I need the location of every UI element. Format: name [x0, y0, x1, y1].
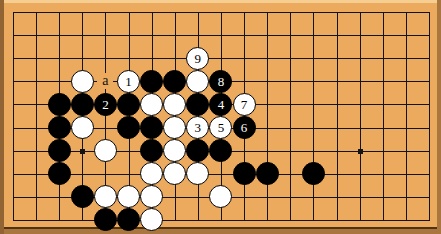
stone-number: 4	[218, 98, 225, 111]
board-cell	[163, 70, 186, 93]
white-stone	[186, 162, 209, 185]
white-stone: 9	[186, 47, 209, 70]
white-stone	[209, 185, 232, 208]
white-stone	[140, 185, 163, 208]
board-cell	[140, 162, 163, 185]
board-cell: a	[94, 70, 117, 93]
board-cell	[71, 70, 94, 93]
go-board: 9a18247356	[0, 0, 441, 234]
board-cell	[140, 185, 163, 208]
white-stone	[117, 185, 140, 208]
black-stone	[140, 116, 163, 139]
board-cell	[163, 162, 186, 185]
white-stone	[163, 116, 186, 139]
point-label-a: a	[97, 73, 113, 89]
board-cell	[117, 208, 140, 231]
board-cell: 1	[117, 70, 140, 93]
board-cell: 6	[233, 116, 256, 139]
black-stone	[117, 208, 140, 231]
stone-number: 6	[241, 121, 248, 134]
white-stone: 3	[186, 116, 209, 139]
black-stone	[186, 139, 209, 162]
black-stone	[48, 139, 71, 162]
stone-number: 7	[241, 98, 248, 111]
board-cell	[256, 162, 279, 185]
stone-number: 9	[195, 52, 202, 65]
board-cell	[140, 208, 163, 231]
black-stone	[48, 116, 71, 139]
board-cell	[302, 162, 325, 185]
white-stone	[140, 93, 163, 116]
board-cell	[163, 139, 186, 162]
black-stone	[48, 162, 71, 185]
black-stone	[186, 93, 209, 116]
board-cell	[140, 116, 163, 139]
white-stone: 1	[117, 70, 140, 93]
white-stone: 7	[233, 93, 256, 116]
black-stone	[140, 70, 163, 93]
white-stone	[163, 139, 186, 162]
board-cell	[186, 139, 209, 162]
board-cell	[117, 93, 140, 116]
board-cell	[163, 116, 186, 139]
board-cell	[186, 162, 209, 185]
white-stone	[71, 116, 94, 139]
stone-number: 2	[102, 98, 109, 111]
white-stone	[94, 185, 117, 208]
board-cell	[48, 139, 71, 162]
black-stone: 4	[209, 93, 232, 116]
black-stone	[256, 162, 279, 185]
board-cell	[71, 93, 94, 116]
black-stone	[48, 93, 71, 116]
black-stone	[117, 93, 140, 116]
board-cell	[209, 185, 232, 208]
black-stone	[233, 162, 256, 185]
board-cell	[48, 116, 71, 139]
stone-number: 1	[125, 75, 132, 88]
stone-number: 3	[195, 121, 202, 134]
board-cell: 8	[209, 70, 232, 93]
board-cell	[94, 208, 117, 231]
black-stone	[71, 185, 94, 208]
white-stone	[163, 162, 186, 185]
board-cell	[117, 116, 140, 139]
white-stone	[94, 139, 117, 162]
board-cell	[233, 162, 256, 185]
board-cell	[94, 185, 117, 208]
black-stone	[94, 208, 117, 231]
board-cell: 9	[186, 47, 209, 70]
board-cell	[71, 116, 94, 139]
board-cell	[117, 185, 140, 208]
board-cell: 7	[233, 93, 256, 116]
white-stone	[186, 70, 209, 93]
white-stone	[71, 70, 94, 93]
board-cell: 4	[209, 93, 232, 116]
white-stone	[140, 208, 163, 231]
black-stone: 6	[233, 116, 256, 139]
black-stone	[163, 70, 186, 93]
board-cell	[94, 139, 117, 162]
board-cell	[140, 139, 163, 162]
stone-number: 8	[218, 75, 225, 88]
board-cell: 3	[186, 116, 209, 139]
board-grid: 9a18247356	[1, 0, 440, 231]
board-cell	[163, 93, 186, 116]
white-stone	[163, 93, 186, 116]
stone-number: 5	[218, 121, 225, 134]
board-cell: 2	[94, 93, 117, 116]
white-stone: 5	[209, 116, 232, 139]
board-cell	[140, 93, 163, 116]
board-cell	[186, 93, 209, 116]
black-stone: 2	[94, 93, 117, 116]
black-stone	[209, 139, 232, 162]
black-stone: 8	[209, 70, 232, 93]
black-stone	[71, 93, 94, 116]
white-stone	[140, 162, 163, 185]
board-cell	[71, 185, 94, 208]
board-cell	[209, 139, 232, 162]
board-cell	[48, 93, 71, 116]
black-stone	[117, 116, 140, 139]
board-cell: 5	[209, 116, 232, 139]
black-stone	[302, 162, 325, 185]
board-cell	[186, 70, 209, 93]
board-cell	[48, 162, 71, 185]
board-cell	[140, 70, 163, 93]
black-stone	[140, 139, 163, 162]
